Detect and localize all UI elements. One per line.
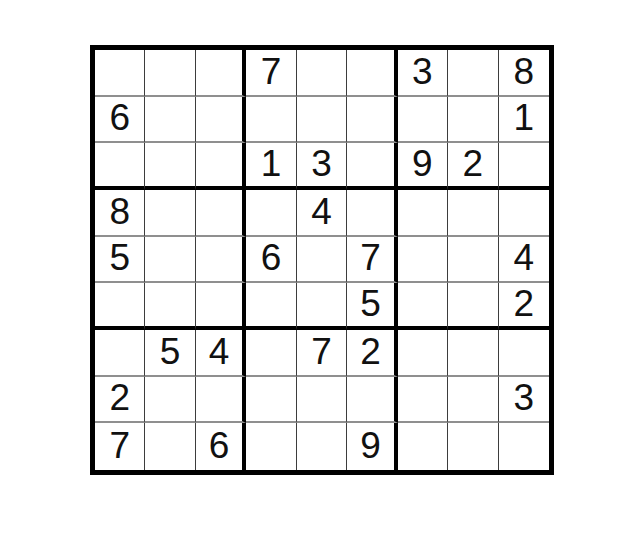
cell-r3c2 [145,143,195,190]
cell-r9c8 [448,423,498,470]
cell-r6c9: 2 [499,283,549,330]
cell-r6c8 [448,283,498,330]
cell-r7c9 [499,330,549,377]
cell-r7c7 [398,330,448,377]
cell-r8c2 [145,377,195,424]
cell-r9c4 [246,423,296,470]
cell-r5c6: 7 [347,237,397,284]
cell-r3c3 [196,143,246,190]
cell-r1c5 [297,50,347,97]
cell-r4c6 [347,190,397,237]
cell-r6c4 [246,283,296,330]
cell-r1c1 [95,50,145,97]
cell-r6c7 [398,283,448,330]
cell-r7c5: 7 [297,330,347,377]
cell-r4c7 [398,190,448,237]
cell-r8c7 [398,377,448,424]
cell-r2c4 [246,97,296,144]
cell-r7c1 [95,330,145,377]
cell-r3c6 [347,143,397,190]
cell-r3c8: 2 [448,143,498,190]
cell-r2c5 [297,97,347,144]
cell-r5c7 [398,237,448,284]
cell-r1c8 [448,50,498,97]
cell-r3c5: 3 [297,143,347,190]
cell-r6c3 [196,283,246,330]
cell-r1c4: 7 [246,50,296,97]
cell-r2c3 [196,97,246,144]
cell-r9c2 [145,423,195,470]
cell-r3c9 [499,143,549,190]
sudoku-board: 73861139284567452547223769 [90,45,554,475]
cell-r5c8 [448,237,498,284]
cell-r7c6: 2 [347,330,397,377]
cell-r8c9: 3 [499,377,549,424]
cell-r2c2 [145,97,195,144]
cell-r8c3 [196,377,246,424]
cell-r4c5: 4 [297,190,347,237]
cell-r1c6 [347,50,397,97]
cell-r1c7: 3 [398,50,448,97]
cell-r2c7 [398,97,448,144]
cell-r8c8 [448,377,498,424]
cell-r5c2 [145,237,195,284]
cell-r9c6: 9 [347,423,397,470]
cell-r6c6: 5 [347,283,397,330]
cell-r5c1: 5 [95,237,145,284]
cell-r2c1: 6 [95,97,145,144]
cell-r9c3: 6 [196,423,246,470]
cell-r7c8 [448,330,498,377]
cell-r7c2: 5 [145,330,195,377]
cell-r3c7: 9 [398,143,448,190]
cell-r4c4 [246,190,296,237]
cell-r4c2 [145,190,195,237]
cell-r9c9 [499,423,549,470]
cell-r4c8 [448,190,498,237]
cell-r4c3 [196,190,246,237]
cell-r5c3 [196,237,246,284]
cell-r5c9: 4 [499,237,549,284]
cell-r6c1 [95,283,145,330]
cell-r9c5 [297,423,347,470]
cell-r3c1 [95,143,145,190]
cell-r1c9: 8 [499,50,549,97]
cell-r1c2 [145,50,195,97]
cell-r1c3 [196,50,246,97]
cell-r7c4 [246,330,296,377]
cell-r3c4: 1 [246,143,296,190]
cell-r6c5 [297,283,347,330]
cell-r4c1: 8 [95,190,145,237]
cell-r9c7 [398,423,448,470]
cell-r5c4: 6 [246,237,296,284]
cell-r7c3: 4 [196,330,246,377]
cell-r8c5 [297,377,347,424]
cell-r2c8 [448,97,498,144]
cell-r5c5 [297,237,347,284]
cell-r9c1: 7 [95,423,145,470]
cell-r2c6 [347,97,397,144]
cell-r8c4 [246,377,296,424]
cell-r8c6 [347,377,397,424]
cell-r8c1: 2 [95,377,145,424]
cell-r6c2 [145,283,195,330]
cell-r4c9 [499,190,549,237]
cell-r2c9: 1 [499,97,549,144]
